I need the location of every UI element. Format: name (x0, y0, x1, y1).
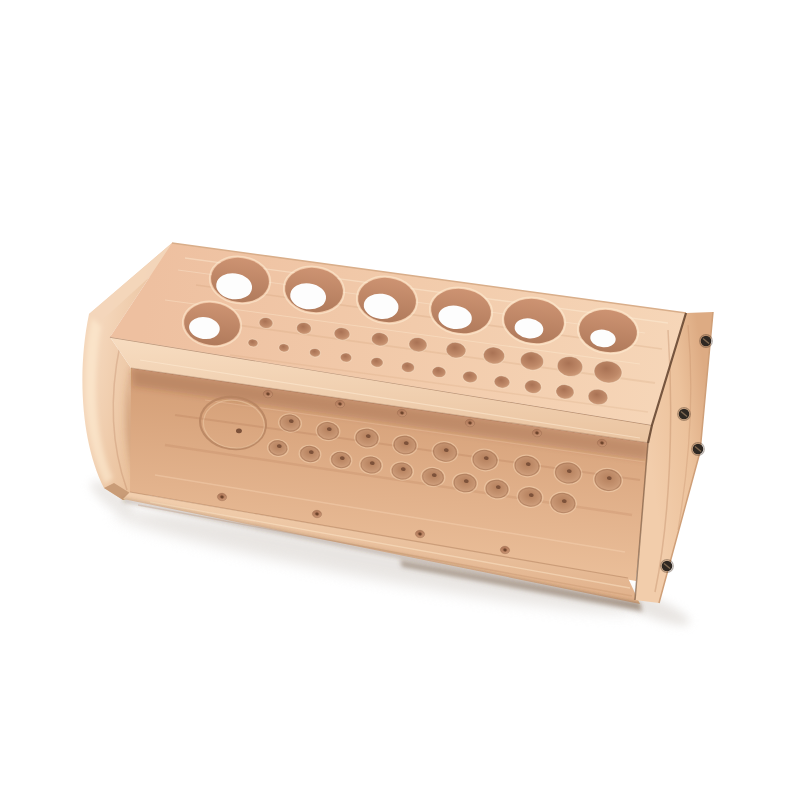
screw (692, 443, 705, 456)
screw (678, 408, 691, 421)
photo-canvas (0, 0, 800, 800)
screw (700, 335, 713, 348)
screw (661, 560, 674, 573)
product-photo (0, 0, 800, 800)
